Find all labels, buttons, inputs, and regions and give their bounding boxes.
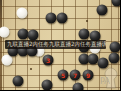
black-stone: [57, 13, 68, 24]
black-stone-move-9: 9: [83, 70, 94, 81]
star-point: [30, 68, 32, 70]
black-stone-move-5: 5: [58, 70, 69, 81]
white-stone: [0, 27, 10, 38]
black-stone: [42, 80, 53, 91]
move-number: 5: [61, 72, 65, 78]
title-banner-text: 九联直播2内任务九联直播2内任务直播课编: [5, 40, 106, 49]
black-stone: [110, 42, 121, 53]
app-watermark-logo: PA: [94, 66, 120, 90]
black-stone-move-3: 3: [43, 55, 54, 66]
black-stone: [28, 30, 39, 41]
black-stone: [109, 53, 120, 64]
black-stone: [97, 5, 108, 16]
black-stone: [73, 83, 84, 91]
move-number: 9: [86, 72, 90, 78]
black-stone: [46, 13, 57, 24]
grid-line-vertical: [3, 0, 4, 90]
watermark-letters: PA: [100, 77, 110, 86]
title-banner: 九联直播2内任务九联直播2内任务直播课编: [5, 40, 106, 49]
move-number: 3: [46, 57, 50, 63]
white-stone: [17, 8, 28, 19]
black-stone-move-7: 7: [70, 70, 81, 81]
black-stone: [79, 29, 90, 40]
go-board-thumbnail[interactable]: 3579 九联直播2内任务九联直播2内任务直播课编 PA: [0, 0, 120, 90]
board-edge-shadow: [0, 0, 2, 90]
black-stone: [13, 76, 24, 87]
move-number: 7: [73, 72, 77, 78]
star-point: [86, 20, 88, 22]
